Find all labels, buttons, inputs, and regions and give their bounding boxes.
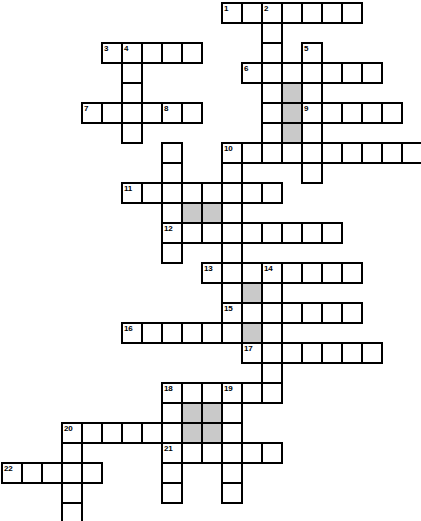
crossword-cell[interactable]	[241, 302, 263, 324]
crossword-cell[interactable]	[261, 42, 283, 64]
clue-number: 1	[224, 4, 228, 13]
crossword-board: 12345678910111213141516171819202122	[0, 0, 421, 521]
crossword-cell[interactable]	[301, 82, 323, 104]
crossword-cell[interactable]	[261, 122, 283, 144]
crossword-cell[interactable]	[81, 422, 103, 444]
crossword-cell[interactable]	[161, 142, 183, 164]
crossword-cell[interactable]	[201, 322, 223, 344]
crossword-cell[interactable]	[301, 262, 323, 284]
crossword-cell[interactable]	[181, 42, 203, 64]
crossword-cell[interactable]	[341, 62, 363, 84]
crossword-cell[interactable]	[161, 182, 183, 204]
clue-number: 14	[264, 264, 272, 273]
crossword-cell[interactable]	[261, 222, 283, 244]
crossword-cell[interactable]	[181, 442, 203, 464]
crossword-cell[interactable]	[141, 182, 163, 204]
crossword-cell[interactable]	[201, 222, 223, 244]
crossword-cell[interactable]	[241, 222, 263, 244]
crossword-cell[interactable]	[161, 202, 183, 224]
crossword-cell[interactable]	[241, 182, 263, 204]
crossword-cell[interactable]	[261, 142, 283, 164]
crossword-cell[interactable]	[261, 362, 283, 384]
crossword-cell[interactable]	[201, 382, 223, 404]
crossword-cell[interactable]	[341, 342, 363, 364]
crossword-cell[interactable]	[21, 462, 43, 484]
crossword-cell[interactable]	[161, 402, 183, 424]
crossword-cell[interactable]	[301, 222, 323, 244]
crossword-solution-cell[interactable]	[181, 402, 203, 424]
crossword-cell[interactable]	[121, 82, 143, 104]
crossword-cell[interactable]	[241, 382, 263, 404]
crossword-cell[interactable]	[321, 302, 343, 324]
crossword-solution-cell[interactable]	[201, 402, 223, 424]
crossword-cell[interactable]	[301, 162, 323, 184]
crossword-cell[interactable]	[41, 462, 63, 484]
clue-number: 10	[224, 144, 232, 153]
crossword-solution-cell[interactable]	[181, 422, 203, 444]
crossword-cell[interactable]: 7	[81, 102, 103, 124]
crossword-cell[interactable]	[341, 262, 363, 284]
crossword-cell[interactable]	[261, 102, 283, 124]
crossword-cell[interactable]	[241, 262, 263, 284]
crossword-cell[interactable]	[381, 102, 403, 124]
crossword-cell[interactable]: 17	[241, 342, 263, 364]
crossword-cell[interactable]	[301, 62, 323, 84]
crossword-cell[interactable]: 15	[221, 302, 243, 324]
crossword-cell[interactable]	[241, 2, 263, 24]
crossword-cell[interactable]	[161, 462, 183, 484]
crossword-cell[interactable]	[121, 122, 143, 144]
crossword-page: 12345678910111213141516171819202122	[0, 0, 421, 521]
crossword-cell[interactable]	[301, 2, 323, 24]
crossword-cell[interactable]	[121, 422, 143, 444]
crossword-cell[interactable]: 5	[301, 42, 323, 64]
crossword-cell[interactable]	[261, 22, 283, 44]
crossword-cell[interactable]	[141, 322, 163, 344]
clue-number: 12	[164, 224, 172, 233]
clue-number: 4	[124, 44, 128, 53]
crossword-cell[interactable]	[121, 102, 143, 124]
crossword-cell[interactable]	[321, 342, 343, 364]
crossword-cell[interactable]	[241, 442, 263, 464]
crossword-cell[interactable]: 1	[221, 2, 243, 24]
crossword-cell[interactable]	[301, 342, 323, 364]
crossword-cell[interactable]	[321, 142, 343, 164]
crossword-cell[interactable]	[221, 202, 243, 224]
crossword-cell[interactable]	[281, 62, 303, 84]
clue-number: 19	[224, 384, 232, 393]
crossword-cell[interactable]: 2	[261, 2, 283, 24]
crossword-cell[interactable]	[281, 342, 303, 364]
crossword-cell[interactable]	[221, 242, 243, 264]
crossword-cell[interactable]	[141, 422, 163, 444]
crossword-cell[interactable]	[221, 482, 243, 504]
clue-number: 11	[124, 184, 132, 193]
crossword-cell[interactable]	[161, 162, 183, 184]
crossword-cell[interactable]	[381, 142, 403, 164]
clue-number: 8	[164, 104, 168, 113]
crossword-solution-cell[interactable]	[201, 202, 223, 224]
crossword-cell[interactable]	[221, 282, 243, 304]
crossword-solution-cell[interactable]	[281, 122, 303, 144]
crossword-cell[interactable]	[221, 222, 243, 244]
crossword-cell[interactable]	[161, 42, 183, 64]
crossword-cell[interactable]	[141, 42, 163, 64]
crossword-cell[interactable]	[181, 322, 203, 344]
crossword-cell[interactable]	[361, 62, 383, 84]
crossword-cell[interactable]: 9	[301, 102, 323, 124]
crossword-cell[interactable]	[321, 102, 343, 124]
crossword-cell[interactable]	[221, 422, 243, 444]
crossword-cell[interactable]: 12	[161, 222, 183, 244]
crossword-cell[interactable]: 4	[121, 42, 143, 64]
crossword-cell[interactable]	[221, 442, 243, 464]
crossword-cell[interactable]	[261, 62, 283, 84]
crossword-cell[interactable]	[161, 422, 183, 444]
crossword-cell[interactable]	[161, 242, 183, 264]
clue-number: 13	[204, 264, 212, 273]
crossword-cell[interactable]	[241, 142, 263, 164]
crossword-cell[interactable]: 19	[221, 382, 243, 404]
crossword-cell[interactable]	[221, 262, 243, 284]
crossword-cell[interactable]: 10	[221, 142, 243, 164]
clue-number: 15	[224, 304, 232, 313]
crossword-solution-cell[interactable]	[181, 202, 203, 224]
crossword-cell[interactable]	[341, 102, 363, 124]
crossword-cell[interactable]	[341, 142, 363, 164]
crossword-solution-cell[interactable]	[281, 102, 303, 124]
crossword-cell[interactable]: 14	[261, 262, 283, 284]
crossword-cell[interactable]	[61, 462, 83, 484]
clue-number: 6	[244, 64, 248, 73]
clue-number: 20	[64, 424, 72, 433]
crossword-cell[interactable]	[321, 222, 343, 244]
crossword-cell[interactable]	[141, 102, 163, 124]
crossword-cell[interactable]	[161, 322, 183, 344]
clue-number: 2	[264, 4, 268, 13]
crossword-cell[interactable]	[121, 62, 143, 84]
crossword-cell[interactable]: 18	[161, 382, 183, 404]
crossword-cell[interactable]: 3	[101, 42, 123, 64]
crossword-cell[interactable]	[81, 462, 103, 484]
crossword-cell[interactable]	[261, 82, 283, 104]
crossword-cell[interactable]	[401, 142, 421, 164]
crossword-cell[interactable]	[101, 102, 123, 124]
crossword-cell[interactable]: 11	[121, 182, 143, 204]
crossword-cell[interactable]	[201, 442, 223, 464]
crossword-cell[interactable]	[181, 182, 203, 204]
crossword-cell[interactable]	[261, 282, 283, 304]
crossword-cell[interactable]: 8	[161, 102, 183, 124]
crossword-cell[interactable]	[261, 182, 283, 204]
clue-number: 21	[164, 444, 172, 453]
crossword-cell[interactable]	[361, 142, 383, 164]
clue-number: 16	[124, 324, 132, 333]
crossword-cell[interactable]	[261, 442, 283, 464]
crossword-cell[interactable]	[281, 2, 303, 24]
crossword-cell[interactable]	[221, 462, 243, 484]
crossword-cell[interactable]	[61, 502, 83, 521]
crossword-cell[interactable]	[61, 482, 83, 504]
clue-number: 9	[304, 104, 308, 113]
clue-number: 17	[244, 344, 252, 353]
crossword-cell[interactable]	[261, 322, 283, 344]
crossword-cell[interactable]	[181, 102, 203, 124]
crossword-cell[interactable]: 16	[121, 322, 143, 344]
crossword-cell[interactable]	[341, 302, 363, 324]
crossword-cell[interactable]	[361, 342, 383, 364]
crossword-cell[interactable]	[221, 162, 243, 184]
crossword-cell[interactable]	[221, 402, 243, 424]
crossword-solution-cell[interactable]	[201, 422, 223, 444]
clue-number: 5	[304, 44, 308, 53]
crossword-cell[interactable]: 6	[241, 62, 263, 84]
crossword-cell[interactable]	[281, 222, 303, 244]
crossword-cell[interactable]	[301, 302, 323, 324]
crossword-cell[interactable]	[361, 102, 383, 124]
crossword-cell[interactable]	[321, 2, 343, 24]
crossword-cell[interactable]	[61, 442, 83, 464]
crossword-cell[interactable]	[321, 262, 343, 284]
crossword-cell[interactable]	[181, 382, 203, 404]
crossword-cell[interactable]	[281, 262, 303, 284]
crossword-cell[interactable]	[221, 182, 243, 204]
crossword-solution-cell[interactable]	[281, 82, 303, 104]
crossword-cell[interactable]	[161, 482, 183, 504]
clue-number: 7	[84, 104, 88, 113]
crossword-cell[interactable]: 21	[161, 442, 183, 464]
clue-number: 22	[4, 464, 12, 473]
crossword-cell[interactable]	[221, 322, 243, 344]
clue-number: 3	[104, 44, 108, 53]
crossword-cell[interactable]: 20	[61, 422, 83, 444]
crossword-cell[interactable]: 22	[1, 462, 23, 484]
crossword-cell[interactable]	[101, 422, 123, 444]
crossword-solution-cell[interactable]	[241, 322, 263, 344]
clue-number: 18	[164, 384, 172, 393]
crossword-solution-cell[interactable]	[241, 282, 263, 304]
crossword-cell[interactable]	[301, 142, 323, 164]
crossword-cell[interactable]	[321, 62, 343, 84]
crossword-cell[interactable]	[201, 182, 223, 204]
crossword-cell[interactable]: 13	[201, 262, 223, 284]
crossword-cell[interactable]	[181, 222, 203, 244]
crossword-cell[interactable]	[261, 342, 283, 364]
crossword-cell[interactable]	[301, 122, 323, 144]
crossword-cell[interactable]	[261, 382, 283, 404]
crossword-cell[interactable]	[341, 2, 363, 24]
crossword-cell[interactable]	[281, 302, 303, 324]
crossword-cell[interactable]	[261, 302, 283, 324]
crossword-cell[interactable]	[281, 142, 303, 164]
